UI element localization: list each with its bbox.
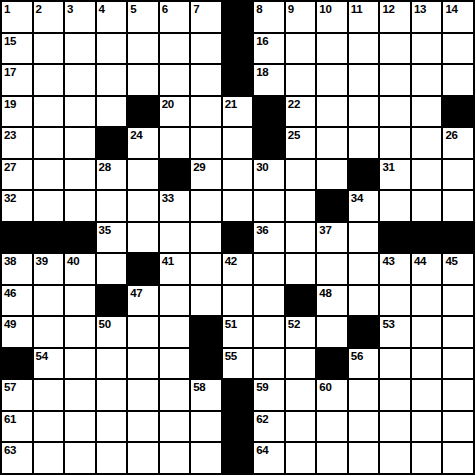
black-square-r15c8	[223, 443, 253, 473]
clue-number-22: 22	[288, 97, 300, 111]
clue-number-21: 21	[225, 97, 237, 111]
white-square-r11c6[interactable]	[160, 317, 190, 347]
white-square-r14c6[interactable]	[160, 412, 190, 442]
white-square-r15c15[interactable]	[443, 443, 473, 473]
white-square-r11c10[interactable]: 52	[286, 317, 316, 347]
clue-number-30: 30	[256, 160, 268, 174]
white-square-r9c1[interactable]: 38	[2, 254, 32, 284]
white-square-r12c12[interactable]: 56	[349, 349, 379, 379]
clue-number-42: 42	[225, 254, 237, 268]
black-square-r12c11	[317, 349, 347, 379]
white-square-r13c14[interactable]	[412, 380, 442, 410]
clue-number-24: 24	[130, 128, 142, 142]
clue-number-62: 62	[256, 412, 268, 426]
white-square-r4c8[interactable]: 21	[223, 97, 253, 127]
white-square-r4c13[interactable]	[380, 97, 410, 127]
white-square-r14c9[interactable]: 62	[254, 412, 284, 442]
white-square-r2c4[interactable]	[97, 34, 127, 64]
white-square-r14c5[interactable]	[128, 412, 158, 442]
clue-number-31: 31	[382, 160, 394, 174]
clue-number-50: 50	[99, 317, 111, 331]
white-square-r13c13[interactable]	[380, 380, 410, 410]
white-square-r2c5[interactable]	[128, 34, 158, 64]
white-square-r10c6[interactable]	[160, 286, 190, 316]
black-square-r8c14	[412, 223, 442, 253]
white-square-r13c3[interactable]	[65, 380, 95, 410]
white-square-r2c3[interactable]	[65, 34, 95, 64]
white-square-r3c3[interactable]	[65, 65, 95, 95]
white-square-r1c3[interactable]: 3	[65, 2, 95, 32]
white-square-r5c15[interactable]: 26	[443, 128, 473, 158]
clue-number-5: 5	[130, 2, 136, 16]
white-square-r7c6[interactable]: 33	[160, 191, 190, 221]
white-square-r1c2[interactable]: 2	[34, 2, 64, 32]
white-square-r12c9[interactable]	[254, 349, 284, 379]
white-square-r12c3[interactable]	[65, 349, 95, 379]
white-square-r10c3[interactable]	[65, 286, 95, 316]
black-square-r12c7	[191, 349, 221, 379]
white-square-r7c13[interactable]	[380, 191, 410, 221]
white-square-r6c15[interactable]	[443, 160, 473, 190]
black-square-r7c11	[317, 191, 347, 221]
white-square-r2c9[interactable]: 16	[254, 34, 284, 64]
white-square-r8c9[interactable]: 36	[254, 223, 284, 253]
clue-number-7: 7	[193, 2, 199, 16]
clue-number-13: 13	[414, 2, 426, 16]
white-square-r9c10[interactable]	[286, 254, 316, 284]
white-square-r15c2[interactable]	[34, 443, 64, 473]
white-square-r15c5[interactable]	[128, 443, 158, 473]
white-square-r1c14[interactable]: 13	[412, 2, 442, 32]
white-square-r11c2[interactable]	[34, 317, 64, 347]
white-square-r4c1[interactable]: 19	[2, 97, 32, 127]
white-square-r12c4[interactable]	[97, 349, 127, 379]
clue-number-40: 40	[67, 254, 79, 268]
white-square-r1c7[interactable]: 7	[191, 2, 221, 32]
clue-number-34: 34	[351, 191, 363, 205]
crossword-board: 1234567891011121314151617181920212223242…	[0, 0, 475, 475]
white-square-r3c7[interactable]	[191, 65, 221, 95]
white-square-r10c1[interactable]: 46	[2, 286, 32, 316]
white-square-r13c12[interactable]	[349, 380, 379, 410]
black-square-r8c15	[443, 223, 473, 253]
black-square-r8c13	[380, 223, 410, 253]
white-square-r3c2[interactable]	[34, 65, 64, 95]
white-square-r12c5[interactable]	[128, 349, 158, 379]
white-square-r3c12[interactable]	[349, 65, 379, 95]
clue-number-8: 8	[256, 2, 262, 16]
white-square-r2c12[interactable]	[349, 34, 379, 64]
white-square-r2c1[interactable]: 15	[2, 34, 32, 64]
clue-number-17: 17	[4, 65, 16, 79]
white-square-r1c1[interactable]: 1	[2, 2, 32, 32]
white-square-r3c9[interactable]: 18	[254, 65, 284, 95]
black-square-r4c15	[443, 97, 473, 127]
clue-number-64: 64	[256, 443, 268, 457]
white-square-r7c2[interactable]	[34, 191, 64, 221]
clue-number-29: 29	[193, 160, 205, 174]
white-square-r1c9[interactable]: 8	[254, 2, 284, 32]
white-square-r9c4[interactable]	[97, 254, 127, 284]
clue-number-12: 12	[382, 2, 394, 16]
white-square-r10c9[interactable]	[254, 286, 284, 316]
clue-number-6: 6	[162, 2, 168, 16]
clue-number-10: 10	[319, 2, 331, 16]
clue-number-33: 33	[162, 191, 174, 205]
white-square-r9c6[interactable]: 41	[160, 254, 190, 284]
white-square-r15c10[interactable]	[286, 443, 316, 473]
clue-number-53: 53	[382, 317, 394, 331]
white-square-r1c13[interactable]: 12	[380, 2, 410, 32]
black-square-r4c5	[128, 97, 158, 127]
clue-number-63: 63	[4, 443, 16, 457]
white-square-r3c10[interactable]	[286, 65, 316, 95]
clue-number-15: 15	[4, 34, 16, 48]
white-square-r12c2[interactable]: 54	[34, 349, 64, 379]
white-square-r9c14[interactable]: 44	[412, 254, 442, 284]
white-square-r5c3[interactable]	[65, 128, 95, 158]
white-square-r5c13[interactable]	[380, 128, 410, 158]
white-square-r11c4[interactable]: 50	[97, 317, 127, 347]
white-square-r11c1[interactable]: 49	[2, 317, 32, 347]
white-square-r4c7[interactable]	[191, 97, 221, 127]
clue-number-48: 48	[319, 286, 331, 300]
white-square-r6c1[interactable]: 27	[2, 160, 32, 190]
white-square-r9c9[interactable]	[254, 254, 284, 284]
white-square-r2c7[interactable]	[191, 34, 221, 64]
black-square-r2c8	[223, 34, 253, 64]
white-square-r4c10[interactable]: 22	[286, 97, 316, 127]
white-square-r10c7[interactable]	[191, 286, 221, 316]
white-square-r14c15[interactable]	[443, 412, 473, 442]
white-square-r1c12[interactable]: 11	[349, 2, 379, 32]
white-square-r14c3[interactable]	[65, 412, 95, 442]
white-square-r2c11[interactable]	[317, 34, 347, 64]
clue-number-54: 54	[36, 349, 48, 363]
white-square-r15c12[interactable]	[349, 443, 379, 473]
black-square-r8c1	[2, 223, 32, 253]
white-square-r9c12[interactable]	[349, 254, 379, 284]
white-square-r13c5[interactable]	[128, 380, 158, 410]
clue-number-38: 38	[4, 254, 16, 268]
black-square-r8c3	[65, 223, 95, 253]
white-square-r13c9[interactable]: 59	[254, 380, 284, 410]
black-square-r14c8	[223, 412, 253, 442]
white-square-r5c12[interactable]	[349, 128, 379, 158]
white-square-r11c8[interactable]: 51	[223, 317, 253, 347]
white-square-r10c8[interactable]	[223, 286, 253, 316]
clue-number-9: 9	[288, 2, 294, 16]
clue-number-45: 45	[445, 254, 457, 268]
white-square-r14c4[interactable]	[97, 412, 127, 442]
white-square-r15c4[interactable]	[97, 443, 127, 473]
clue-number-28: 28	[99, 160, 111, 174]
white-square-r2c14[interactable]	[412, 34, 442, 64]
clue-number-49: 49	[4, 317, 16, 331]
white-square-r13c11[interactable]: 60	[317, 380, 347, 410]
white-square-r3c15[interactable]	[443, 65, 473, 95]
white-square-r4c2[interactable]	[34, 97, 64, 127]
white-square-r2c10[interactable]	[286, 34, 316, 64]
clue-number-55: 55	[225, 349, 237, 363]
white-square-r15c13[interactable]	[380, 443, 410, 473]
clue-number-3: 3	[67, 2, 73, 16]
white-square-r13c10[interactable]	[286, 380, 316, 410]
black-square-r13c8	[223, 380, 253, 410]
white-square-r9c11[interactable]	[317, 254, 347, 284]
white-square-r12c8[interactable]: 55	[223, 349, 253, 379]
white-square-r7c10[interactable]	[286, 191, 316, 221]
black-square-r6c12	[349, 160, 379, 190]
white-square-r8c10[interactable]	[286, 223, 316, 253]
white-square-r10c15[interactable]	[443, 286, 473, 316]
white-square-r13c6[interactable]	[160, 380, 190, 410]
white-square-r1c5[interactable]: 5	[128, 2, 158, 32]
white-square-r6c11[interactable]	[317, 160, 347, 190]
white-square-r1c15[interactable]: 14	[443, 2, 473, 32]
clue-number-44: 44	[414, 254, 426, 268]
white-square-r6c10[interactable]	[286, 160, 316, 190]
white-square-r7c9[interactable]	[254, 191, 284, 221]
white-square-r6c8[interactable]	[223, 160, 253, 190]
white-square-r11c13[interactable]: 53	[380, 317, 410, 347]
white-square-r14c10[interactable]	[286, 412, 316, 442]
black-square-r5c9	[254, 128, 284, 158]
white-square-r10c12[interactable]	[349, 286, 379, 316]
white-square-r15c3[interactable]	[65, 443, 95, 473]
black-square-r5c4	[97, 128, 127, 158]
white-square-r8c4[interactable]: 35	[97, 223, 127, 253]
white-square-r7c12[interactable]: 34	[349, 191, 379, 221]
white-square-r9c2[interactable]: 39	[34, 254, 64, 284]
white-square-r5c5[interactable]: 24	[128, 128, 158, 158]
white-square-r13c2[interactable]	[34, 380, 64, 410]
white-square-r10c5[interactable]: 47	[128, 286, 158, 316]
clue-number-16: 16	[256, 34, 268, 48]
clue-number-26: 26	[445, 128, 457, 142]
white-square-r11c14[interactable]	[412, 317, 442, 347]
white-square-r6c2[interactable]	[34, 160, 64, 190]
white-square-r7c5[interactable]	[128, 191, 158, 221]
clue-number-37: 37	[319, 223, 331, 237]
white-square-r4c3[interactable]	[65, 97, 95, 127]
white-square-r7c15[interactable]	[443, 191, 473, 221]
white-square-r3c14[interactable]	[412, 65, 442, 95]
white-square-r2c15[interactable]	[443, 34, 473, 64]
clue-number-61: 61	[4, 412, 16, 426]
black-square-r12c1	[2, 349, 32, 379]
white-square-r5c10[interactable]: 25	[286, 128, 316, 158]
white-square-r5c2[interactable]	[34, 128, 64, 158]
white-square-r6c9[interactable]: 30	[254, 160, 284, 190]
clue-number-20: 20	[162, 97, 174, 111]
white-square-r4c11[interactable]	[317, 97, 347, 127]
white-square-r15c1[interactable]: 63	[2, 443, 32, 473]
white-square-r10c13[interactable]	[380, 286, 410, 316]
white-square-r9c7[interactable]	[191, 254, 221, 284]
white-square-r4c12[interactable]	[349, 97, 379, 127]
white-square-r4c6[interactable]: 20	[160, 97, 190, 127]
white-square-r10c11[interactable]: 48	[317, 286, 347, 316]
clue-number-18: 18	[256, 65, 268, 79]
white-square-r14c1[interactable]: 61	[2, 412, 32, 442]
white-square-r7c1[interactable]: 32	[2, 191, 32, 221]
white-square-r3c6[interactable]	[160, 65, 190, 95]
white-square-r9c13[interactable]: 43	[380, 254, 410, 284]
white-square-r10c14[interactable]	[412, 286, 442, 316]
white-square-r14c13[interactable]	[380, 412, 410, 442]
white-square-r6c4[interactable]: 28	[97, 160, 127, 190]
black-square-r11c12	[349, 317, 379, 347]
white-square-r3c4[interactable]	[97, 65, 127, 95]
clue-number-41: 41	[162, 254, 174, 268]
white-square-r12c14[interactable]	[412, 349, 442, 379]
white-square-r6c3[interactable]	[65, 160, 95, 190]
white-square-r9c8[interactable]: 42	[223, 254, 253, 284]
white-square-r15c6[interactable]	[160, 443, 190, 473]
black-square-r1c8	[223, 2, 253, 32]
white-square-r15c7[interactable]	[191, 443, 221, 473]
clue-number-39: 39	[36, 254, 48, 268]
clue-number-27: 27	[4, 160, 16, 174]
white-square-r13c4[interactable]	[97, 380, 127, 410]
white-square-r7c8[interactable]	[223, 191, 253, 221]
clue-number-1: 1	[4, 2, 10, 16]
white-square-r11c11[interactable]	[317, 317, 347, 347]
white-square-r10c2[interactable]	[34, 286, 64, 316]
white-square-r2c6[interactable]	[160, 34, 190, 64]
white-square-r8c6[interactable]	[160, 223, 190, 253]
white-square-r2c2[interactable]	[34, 34, 64, 64]
white-square-r14c14[interactable]	[412, 412, 442, 442]
white-square-r5c6[interactable]	[160, 128, 190, 158]
white-square-r14c11[interactable]	[317, 412, 347, 442]
clue-number-58: 58	[193, 380, 205, 394]
white-square-r4c4[interactable]	[97, 97, 127, 127]
black-square-r6c6	[160, 160, 190, 190]
white-square-r3c13[interactable]	[380, 65, 410, 95]
white-square-r1c6[interactable]: 6	[160, 2, 190, 32]
white-square-r12c13[interactable]	[380, 349, 410, 379]
black-square-r10c10	[286, 286, 316, 316]
black-square-r4c9	[254, 97, 284, 127]
white-square-r7c14[interactable]	[412, 191, 442, 221]
black-square-r8c2	[34, 223, 64, 253]
white-square-r4c14[interactable]	[412, 97, 442, 127]
clue-number-59: 59	[256, 380, 268, 394]
black-square-r11c7	[191, 317, 221, 347]
white-square-r1c10[interactable]: 9	[286, 2, 316, 32]
white-square-r8c11[interactable]: 37	[317, 223, 347, 253]
white-square-r2c13[interactable]	[380, 34, 410, 64]
white-square-r13c1[interactable]: 57	[2, 380, 32, 410]
clue-number-47: 47	[130, 286, 142, 300]
clue-number-60: 60	[319, 380, 331, 394]
white-square-r13c15[interactable]	[443, 380, 473, 410]
clue-number-11: 11	[351, 2, 363, 16]
white-square-r12c10[interactable]	[286, 349, 316, 379]
clue-number-56: 56	[351, 349, 363, 363]
black-square-r3c8	[223, 65, 253, 95]
white-square-r11c3[interactable]	[65, 317, 95, 347]
white-square-r5c8[interactable]	[223, 128, 253, 158]
white-square-r6c13[interactable]: 31	[380, 160, 410, 190]
white-square-r15c11[interactable]	[317, 443, 347, 473]
white-square-r5c14[interactable]	[412, 128, 442, 158]
white-square-r6c5[interactable]	[128, 160, 158, 190]
white-square-r1c4[interactable]: 4	[97, 2, 127, 32]
clue-number-25: 25	[288, 128, 300, 142]
white-square-r7c3[interactable]	[65, 191, 95, 221]
black-square-r10c4	[97, 286, 127, 316]
white-square-r11c5[interactable]	[128, 317, 158, 347]
clue-number-52: 52	[288, 317, 300, 331]
clue-number-36: 36	[256, 223, 268, 237]
clue-number-51: 51	[225, 317, 237, 331]
clue-number-57: 57	[4, 380, 16, 394]
clue-number-4: 4	[99, 2, 105, 16]
white-square-r15c9[interactable]: 64	[254, 443, 284, 473]
black-square-r8c8	[223, 223, 253, 253]
clue-number-46: 46	[4, 286, 16, 300]
clue-number-19: 19	[4, 97, 16, 111]
clue-number-2: 2	[36, 2, 42, 16]
white-square-r3c11[interactable]	[317, 65, 347, 95]
white-square-r14c7[interactable]	[191, 412, 221, 442]
white-square-r6c14[interactable]	[412, 160, 442, 190]
white-square-r11c9[interactable]	[254, 317, 284, 347]
clue-number-35: 35	[99, 223, 111, 237]
black-square-r9c5	[128, 254, 158, 284]
white-square-r14c12[interactable]	[349, 412, 379, 442]
white-square-r5c7[interactable]	[191, 128, 221, 158]
white-square-r5c11[interactable]	[317, 128, 347, 158]
white-square-r3c1[interactable]: 17	[2, 65, 32, 95]
clue-number-43: 43	[382, 254, 394, 268]
white-square-r9c3[interactable]: 40	[65, 254, 95, 284]
white-square-r15c14[interactable]	[412, 443, 442, 473]
white-square-r8c7[interactable]	[191, 223, 221, 253]
white-square-r11c15[interactable]	[443, 317, 473, 347]
clue-number-14: 14	[445, 2, 457, 16]
white-square-r7c7[interactable]	[191, 191, 221, 221]
white-square-r13c7[interactable]: 58	[191, 380, 221, 410]
white-square-r7c4[interactable]	[97, 191, 127, 221]
white-square-r8c5[interactable]	[128, 223, 158, 253]
clue-number-23: 23	[4, 128, 16, 142]
white-square-r3c5[interactable]	[128, 65, 158, 95]
white-square-r14c2[interactable]	[34, 412, 64, 442]
white-square-r6c7[interactable]: 29	[191, 160, 221, 190]
white-square-r1c11[interactable]: 10	[317, 2, 347, 32]
white-square-r12c6[interactable]	[160, 349, 190, 379]
clue-number-32: 32	[4, 191, 16, 205]
white-square-r9c15[interactable]: 45	[443, 254, 473, 284]
white-square-r8c12[interactable]	[349, 223, 379, 253]
white-square-r5c1[interactable]: 23	[2, 128, 32, 158]
white-square-r12c15[interactable]	[443, 349, 473, 379]
